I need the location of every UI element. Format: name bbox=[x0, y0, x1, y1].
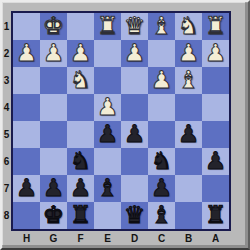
piece-black-pawn[interactable]: ♟ bbox=[205, 149, 227, 173]
square-b7[interactable] bbox=[175, 175, 202, 202]
square-c7[interactable]: ♟ bbox=[148, 175, 175, 202]
square-d6[interactable] bbox=[121, 148, 148, 175]
square-c4[interactable] bbox=[148, 94, 175, 121]
rank-label-4: 4 bbox=[2, 94, 11, 121]
square-c3[interactable]: ♟ bbox=[148, 67, 175, 94]
square-b4[interactable] bbox=[175, 94, 202, 121]
square-a1[interactable]: ♜ bbox=[202, 13, 229, 40]
square-h7[interactable]: ♟ bbox=[13, 175, 40, 202]
square-f5[interactable] bbox=[67, 121, 94, 148]
square-g7[interactable]: ♟ bbox=[40, 175, 67, 202]
piece-black-pawn[interactable]: ♟ bbox=[178, 122, 200, 146]
file-labels: HGFEDCBA bbox=[13, 229, 229, 248]
square-d3[interactable] bbox=[121, 67, 148, 94]
piece-white-pawn[interactable]: ♟ bbox=[151, 68, 173, 92]
piece-white-knight[interactable]: ♞ bbox=[70, 68, 92, 92]
square-a4[interactable] bbox=[202, 94, 229, 121]
piece-white-knight[interactable]: ♞ bbox=[178, 14, 200, 38]
square-h1[interactable] bbox=[13, 13, 40, 40]
square-h8[interactable] bbox=[13, 202, 40, 229]
rank-label-3: 3 bbox=[2, 67, 11, 94]
square-f6[interactable]: ♞ bbox=[67, 148, 94, 175]
piece-black-knight[interactable]: ♞ bbox=[70, 149, 92, 173]
file-label-g: G bbox=[40, 229, 67, 248]
piece-black-pawn[interactable]: ♟ bbox=[151, 176, 173, 200]
square-b5[interactable]: ♟ bbox=[175, 121, 202, 148]
piece-black-pawn[interactable]: ♟ bbox=[43, 176, 65, 200]
rank-label-2: 2 bbox=[2, 40, 11, 67]
square-c6[interactable]: ♞ bbox=[148, 148, 175, 175]
chess-board: ♚♜♛♝♞♜♟♟♟♟♟♟♞♟♝♟♟♟♟♞♞♟♟♟♟♝♟♚♜♛♝♜ bbox=[11, 11, 231, 231]
square-h6[interactable] bbox=[13, 148, 40, 175]
square-e8[interactable] bbox=[94, 202, 121, 229]
piece-white-rook[interactable]: ♜ bbox=[97, 14, 119, 38]
file-label-c: C bbox=[148, 229, 175, 248]
square-b3[interactable]: ♝ bbox=[175, 67, 202, 94]
square-a6[interactable]: ♟ bbox=[202, 148, 229, 175]
square-c2[interactable] bbox=[148, 40, 175, 67]
rank-labels: 12345678 bbox=[2, 13, 11, 229]
piece-black-bishop[interactable]: ♝ bbox=[151, 203, 173, 227]
piece-white-pawn[interactable]: ♟ bbox=[43, 41, 65, 65]
square-e1[interactable]: ♜ bbox=[94, 13, 121, 40]
square-g4[interactable] bbox=[40, 94, 67, 121]
square-g6[interactable] bbox=[40, 148, 67, 175]
file-label-e: E bbox=[94, 229, 121, 248]
piece-white-rook[interactable]: ♜ bbox=[205, 14, 227, 38]
square-c5[interactable] bbox=[148, 121, 175, 148]
rank-label-1: 1 bbox=[2, 13, 11, 40]
square-c8[interactable]: ♝ bbox=[148, 202, 175, 229]
piece-black-rook[interactable]: ♜ bbox=[205, 203, 227, 227]
rank-label-8: 8 bbox=[2, 202, 11, 229]
square-d2[interactable]: ♟ bbox=[121, 40, 148, 67]
square-b6[interactable] bbox=[175, 148, 202, 175]
square-e4[interactable]: ♟ bbox=[94, 94, 121, 121]
piece-white-pawn[interactable]: ♟ bbox=[124, 41, 146, 65]
piece-white-pawn[interactable]: ♟ bbox=[16, 41, 38, 65]
piece-white-king[interactable]: ♚ bbox=[43, 14, 65, 38]
square-a2[interactable]: ♟ bbox=[202, 40, 229, 67]
file-label-f: F bbox=[67, 229, 94, 248]
square-f2[interactable]: ♟ bbox=[67, 40, 94, 67]
chess-app-frame: 12345678 ♚♜♛♝♞♜♟♟♟♟♟♟♞♟♝♟♟♟♟♞♞♟♟♟♟♝♟♚♜♛♝… bbox=[0, 0, 250, 250]
square-c1[interactable]: ♝ bbox=[148, 13, 175, 40]
square-a5[interactable] bbox=[202, 121, 229, 148]
piece-white-pawn[interactable]: ♟ bbox=[97, 95, 119, 119]
square-g8[interactable]: ♚ bbox=[40, 202, 67, 229]
square-e7[interactable]: ♝ bbox=[94, 175, 121, 202]
piece-white-pawn[interactable]: ♟ bbox=[70, 41, 92, 65]
square-b8[interactable] bbox=[175, 202, 202, 229]
piece-black-pawn[interactable]: ♟ bbox=[97, 122, 119, 146]
square-h5[interactable] bbox=[13, 121, 40, 148]
piece-black-bishop[interactable]: ♝ bbox=[97, 176, 119, 200]
rank-label-5: 5 bbox=[2, 121, 11, 148]
piece-black-queen[interactable]: ♛ bbox=[124, 203, 146, 227]
square-f1[interactable] bbox=[67, 13, 94, 40]
square-h3[interactable] bbox=[13, 67, 40, 94]
file-label-h: H bbox=[13, 229, 40, 248]
piece-white-bishop[interactable]: ♝ bbox=[178, 68, 200, 92]
square-g5[interactable] bbox=[40, 121, 67, 148]
piece-black-knight[interactable]: ♞ bbox=[151, 149, 173, 173]
file-label-b: B bbox=[175, 229, 202, 248]
piece-black-king[interactable]: ♚ bbox=[43, 203, 65, 227]
piece-white-pawn[interactable]: ♟ bbox=[178, 41, 200, 65]
piece-black-pawn[interactable]: ♟ bbox=[124, 122, 146, 146]
square-h4[interactable] bbox=[13, 94, 40, 121]
square-f7[interactable]: ♟ bbox=[67, 175, 94, 202]
square-d8[interactable]: ♛ bbox=[121, 202, 148, 229]
piece-black-pawn[interactable]: ♟ bbox=[16, 176, 38, 200]
piece-white-pawn[interactable]: ♟ bbox=[205, 41, 227, 65]
rank-label-6: 6 bbox=[2, 148, 11, 175]
square-f4[interactable] bbox=[67, 94, 94, 121]
square-g1[interactable]: ♚ bbox=[40, 13, 67, 40]
square-a7[interactable] bbox=[202, 175, 229, 202]
square-f3[interactable]: ♞ bbox=[67, 67, 94, 94]
square-e3[interactable] bbox=[94, 67, 121, 94]
piece-white-queen[interactable]: ♛ bbox=[124, 14, 146, 38]
square-a8[interactable]: ♜ bbox=[202, 202, 229, 229]
file-label-d: D bbox=[121, 229, 148, 248]
square-e2[interactable] bbox=[94, 40, 121, 67]
square-d5[interactable]: ♟ bbox=[121, 121, 148, 148]
square-d7[interactable] bbox=[121, 175, 148, 202]
rank-label-7: 7 bbox=[2, 175, 11, 202]
piece-white-bishop[interactable]: ♝ bbox=[151, 14, 173, 38]
file-label-a: A bbox=[202, 229, 229, 248]
piece-black-pawn[interactable]: ♟ bbox=[70, 176, 92, 200]
square-e6[interactable] bbox=[94, 148, 121, 175]
square-h2[interactable]: ♟ bbox=[13, 40, 40, 67]
square-d1[interactable]: ♛ bbox=[121, 13, 148, 40]
square-b1[interactable]: ♞ bbox=[175, 13, 202, 40]
piece-black-rook[interactable]: ♜ bbox=[70, 203, 92, 227]
square-e5[interactable]: ♟ bbox=[94, 121, 121, 148]
square-d4[interactable] bbox=[121, 94, 148, 121]
square-g2[interactable]: ♟ bbox=[40, 40, 67, 67]
square-a3[interactable] bbox=[202, 67, 229, 94]
square-g3[interactable] bbox=[40, 67, 67, 94]
square-b2[interactable]: ♟ bbox=[175, 40, 202, 67]
square-f8[interactable]: ♜ bbox=[67, 202, 94, 229]
